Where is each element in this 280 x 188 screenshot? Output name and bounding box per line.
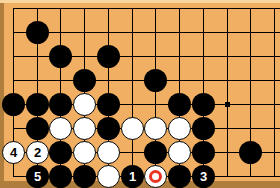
stone-black [49,141,72,164]
stone-white [121,117,144,140]
stone-black [239,141,262,164]
grid-line-vertical [132,8,133,177]
stone-black [144,69,167,92]
stone-black [73,165,96,188]
stone-black [2,93,25,116]
move-number: 1 [129,170,136,183]
grid-line-vertical [227,8,228,177]
grid-line-horizontal [13,8,280,9]
stone-black [26,21,49,44]
stone-black [192,93,215,116]
stone-white [97,141,120,164]
stone-white [49,117,72,140]
move-number: 3 [200,170,207,183]
stone-white [168,141,191,164]
grid-line-horizontal [13,32,280,33]
stone-white [73,93,96,116]
go-board-diagram: 42513 [0,0,280,188]
stone-black [144,141,167,164]
stone-white [144,117,167,140]
stone-white: 2 [26,141,49,164]
stone-white [144,165,167,188]
stone-black [168,165,191,188]
stone-black [97,117,120,140]
stone-black [97,93,120,116]
stone-black [26,93,49,116]
circle-marker-icon [149,170,162,183]
grid-line-vertical [274,8,275,177]
stone-white [97,165,120,188]
stone-black: 5 [26,165,49,188]
move-number: 4 [10,146,17,159]
stone-black [73,69,96,92]
board-edge-shadow-left [0,3,4,188]
stone-white [168,117,191,140]
stone-white [73,117,96,140]
stone-black: 1 [121,165,144,188]
stone-white: 4 [2,141,25,164]
stone-black [49,93,72,116]
stone-black [49,45,72,68]
stone-black [168,93,191,116]
move-number: 5 [34,170,41,183]
board-edge-highlight-top [0,0,280,3]
stone-black [192,141,215,164]
stone-black [97,45,120,68]
stone-black [192,117,215,140]
stone-black: 3 [192,165,215,188]
star-point [225,102,230,107]
stone-white [73,141,96,164]
move-number: 2 [34,146,41,159]
stone-black [49,165,72,188]
stone-black [26,117,49,140]
